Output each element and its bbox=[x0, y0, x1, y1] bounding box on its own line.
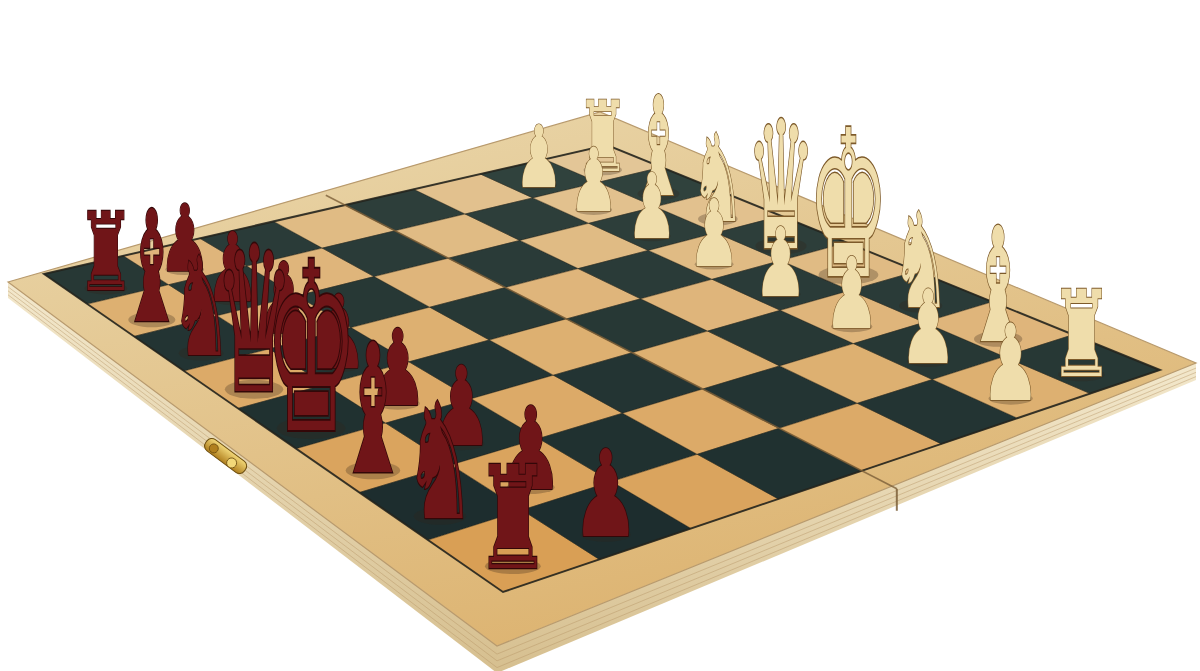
chessboard: ♜♟♝♟♞♟♛♟♟♚♜♟♟♞♝♟♟♝♞♟♟♜♛♟♟♚♟♝♟♞♟♜ bbox=[0, 0, 1200, 671]
piece-maroon-rook-a8[interactable]: ♜ bbox=[475, 435, 551, 602]
piece-maroon-bishop-c8[interactable]: ♝ bbox=[336, 305, 410, 514]
piece-cream-pawn-c2[interactable]: ♟ bbox=[824, 236, 880, 352]
piece-cream-pawn-d2[interactable]: ♟ bbox=[753, 207, 807, 318]
piece-cream-pawn-f2[interactable]: ♟ bbox=[626, 154, 677, 259]
chess-set-photo: ♜♟♝♟♞♟♛♟♟♚♜♟♟♞♝♟♟♝♞♟♟♜♛♟♟♚♟♝♟♞♟♜ Overhea… bbox=[0, 0, 1200, 671]
piece-maroon-pawn-a7[interactable]: ♟ bbox=[572, 425, 640, 565]
piece-cream-pawn-e2[interactable]: ♟ bbox=[688, 180, 741, 288]
piece-cream-pawn-g2[interactable]: ♟ bbox=[569, 130, 619, 232]
piece-cream-pawn-b2[interactable]: ♟ bbox=[899, 268, 957, 386]
piece-cream-rook-a1[interactable]: ♜ bbox=[1050, 265, 1114, 404]
piece-cream-pawn-a2[interactable]: ♟ bbox=[981, 302, 1041, 425]
piece-maroon-knight-b8[interactable]: ♞ bbox=[404, 368, 475, 556]
piece-cream-pawn-h2[interactable]: ♟ bbox=[515, 106, 564, 206]
